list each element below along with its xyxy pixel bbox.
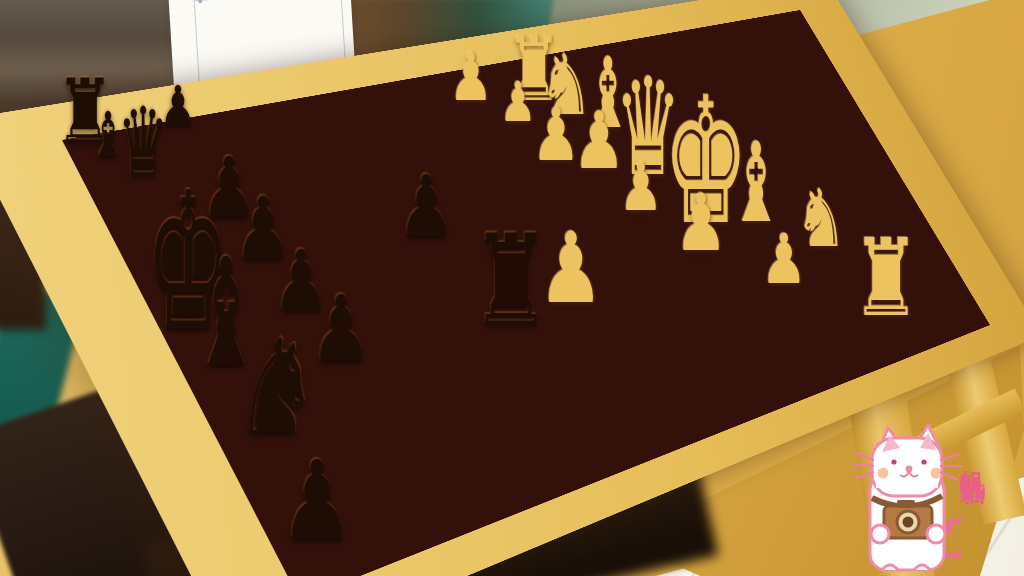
cat-illustration bbox=[852, 422, 962, 576]
cat-blush-left bbox=[878, 468, 889, 479]
cat-paw-right bbox=[927, 525, 945, 543]
cat-eye-right bbox=[921, 459, 926, 464]
watermark-text: 帆帆貓 bbox=[956, 450, 989, 560]
piece-white-pawn-d3[interactable]: ♟ bbox=[619, 155, 663, 221]
piece-white-pawn-c3[interactable]: ♟ bbox=[674, 184, 727, 263]
piece-black-pawn-e6[interactable]: ♟ bbox=[397, 164, 454, 249]
cat-nose bbox=[906, 466, 913, 473]
piece-black-rook-d6[interactable]: ♜ bbox=[471, 218, 552, 343]
cat-paw-left bbox=[871, 525, 889, 543]
piece-white-pawn-h5[interactable]: ♟ bbox=[449, 45, 493, 111]
cat-watermark: 帆帆貓 bbox=[852, 422, 1024, 576]
piece-black-knight-b8[interactable]: ♞ bbox=[234, 321, 319, 453]
piece-white-pawn-b3[interactable]: ♟ bbox=[761, 225, 807, 294]
piece-black-pawn-a7[interactable]: ♟ bbox=[280, 446, 354, 556]
cat-eye-left bbox=[891, 459, 896, 464]
photo-scene: HGFEDCBA 87654321 ♜♝♛♟♚♟♟♟♟♝♞♟♟♜♟♜♞♟♟♝♟♛… bbox=[0, 0, 1024, 576]
piece-white-rook-a1[interactable]: ♜ bbox=[851, 225, 920, 332]
